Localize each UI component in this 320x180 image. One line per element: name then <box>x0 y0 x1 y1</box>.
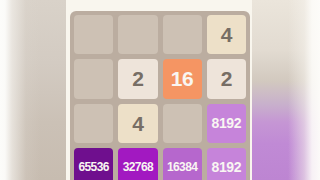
tile-8192: 8192 <box>207 148 246 180</box>
tile-65536: 65536 <box>74 148 113 180</box>
tile-16: 16 <box>163 59 202 98</box>
tile-2: 2 <box>207 59 246 98</box>
tile-32768: 32768 <box>118 148 157 180</box>
game-page-background: 42162481926553632768163848192 <box>66 0 252 180</box>
cell-empty-r1c2 <box>118 15 157 54</box>
tile-4: 4 <box>207 15 246 54</box>
screen: 42162481926553632768163848192 <box>0 0 320 180</box>
cell-empty-r1c3 <box>163 15 202 54</box>
cell-empty-r3c1 <box>74 104 113 143</box>
tile-2: 2 <box>118 59 157 98</box>
cell-empty-r1c1 <box>74 15 113 54</box>
video-blur-left <box>0 0 66 180</box>
cell-empty-r3c3 <box>163 104 202 143</box>
board-2048[interactable]: 42162481926553632768163848192 <box>70 11 250 180</box>
tile-16384: 16384 <box>163 148 202 180</box>
cell-empty-r2c1 <box>74 59 113 98</box>
tile-4: 4 <box>118 104 157 143</box>
video-blur-right <box>252 0 320 180</box>
tile-8192: 8192 <box>207 104 246 143</box>
